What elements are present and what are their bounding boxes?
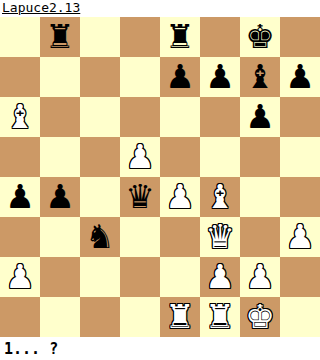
- square-a3[interactable]: [0, 217, 40, 257]
- square-c3[interactable]: ♞: [80, 217, 120, 257]
- square-h6[interactable]: [280, 97, 320, 137]
- square-f7[interactable]: ♟: [200, 57, 240, 97]
- chess-board[interactable]: ♜♜♚♟♟♝♟♝♟♟♟♟♛♟♝♞♛♟♟♟♟♜♜♚: [0, 17, 320, 337]
- square-c2[interactable]: [80, 257, 120, 297]
- square-e1[interactable]: ♜: [160, 297, 200, 337]
- square-c4[interactable]: [80, 177, 120, 217]
- piece-white-king[interactable]: ♚: [240, 297, 280, 337]
- square-g6[interactable]: ♟: [240, 97, 280, 137]
- square-g5[interactable]: [240, 137, 280, 177]
- square-d3[interactable]: [120, 217, 160, 257]
- piece-black-rook[interactable]: ♜: [160, 17, 200, 57]
- piece-white-pawn[interactable]: ♟: [0, 257, 40, 297]
- square-a6[interactable]: ♝: [0, 97, 40, 137]
- piece-white-pawn[interactable]: ♟: [280, 217, 320, 257]
- piece-white-pawn[interactable]: ♟: [200, 257, 240, 297]
- square-f8[interactable]: [200, 17, 240, 57]
- piece-black-pawn[interactable]: ♟: [240, 97, 280, 137]
- square-g8[interactable]: ♚: [240, 17, 280, 57]
- square-b7[interactable]: [40, 57, 80, 97]
- square-h4[interactable]: [280, 177, 320, 217]
- title-bar: Lapuce2.13: [0, 0, 320, 17]
- move-prompt: 1... ?: [0, 340, 58, 358]
- square-g2[interactable]: ♟: [240, 257, 280, 297]
- piece-black-queen[interactable]: ♛: [120, 177, 160, 217]
- square-d6[interactable]: [120, 97, 160, 137]
- square-h5[interactable]: [280, 137, 320, 177]
- square-a7[interactable]: [0, 57, 40, 97]
- square-c8[interactable]: [80, 17, 120, 57]
- square-c7[interactable]: [80, 57, 120, 97]
- square-g4[interactable]: [240, 177, 280, 217]
- piece-black-king[interactable]: ♚: [240, 17, 280, 57]
- square-f1[interactable]: ♜: [200, 297, 240, 337]
- caption-bar: 1... ?: [0, 337, 320, 360]
- square-a8[interactable]: [0, 17, 40, 57]
- piece-white-pawn[interactable]: ♟: [120, 137, 160, 177]
- square-b8[interactable]: ♜: [40, 17, 80, 57]
- square-h3[interactable]: ♟: [280, 217, 320, 257]
- square-a4[interactable]: ♟: [0, 177, 40, 217]
- square-f3[interactable]: ♛: [200, 217, 240, 257]
- square-h7[interactable]: ♟: [280, 57, 320, 97]
- square-e5[interactable]: [160, 137, 200, 177]
- square-b2[interactable]: [40, 257, 80, 297]
- square-b4[interactable]: ♟: [40, 177, 80, 217]
- square-f5[interactable]: [200, 137, 240, 177]
- square-d1[interactable]: [120, 297, 160, 337]
- square-h2[interactable]: [280, 257, 320, 297]
- piece-black-pawn[interactable]: ♟: [40, 177, 80, 217]
- square-g3[interactable]: [240, 217, 280, 257]
- square-e8[interactable]: ♜: [160, 17, 200, 57]
- square-c6[interactable]: [80, 97, 120, 137]
- square-d2[interactable]: [120, 257, 160, 297]
- piece-black-pawn[interactable]: ♟: [280, 57, 320, 97]
- square-f6[interactable]: [200, 97, 240, 137]
- square-g7[interactable]: ♝: [240, 57, 280, 97]
- piece-white-pawn[interactable]: ♟: [160, 177, 200, 217]
- square-b6[interactable]: [40, 97, 80, 137]
- square-g1[interactable]: ♚: [240, 297, 280, 337]
- square-f2[interactable]: ♟: [200, 257, 240, 297]
- piece-black-bishop[interactable]: ♝: [240, 57, 280, 97]
- square-a5[interactable]: [0, 137, 40, 177]
- square-d5[interactable]: ♟: [120, 137, 160, 177]
- square-a2[interactable]: ♟: [0, 257, 40, 297]
- piece-black-knight[interactable]: ♞: [80, 217, 120, 257]
- square-c1[interactable]: [80, 297, 120, 337]
- square-c5[interactable]: [80, 137, 120, 177]
- square-h1[interactable]: [280, 297, 320, 337]
- square-d7[interactable]: [120, 57, 160, 97]
- piece-white-queen[interactable]: ♛: [200, 217, 240, 257]
- page-title: Lapuce2.13: [0, 0, 80, 15]
- piece-black-pawn[interactable]: ♟: [0, 177, 40, 217]
- piece-white-rook[interactable]: ♜: [160, 297, 200, 337]
- piece-black-rook[interactable]: ♜: [40, 17, 80, 57]
- square-e4[interactable]: ♟: [160, 177, 200, 217]
- piece-white-pawn[interactable]: ♟: [240, 257, 280, 297]
- square-f4[interactable]: ♝: [200, 177, 240, 217]
- square-e7[interactable]: ♟: [160, 57, 200, 97]
- square-d4[interactable]: ♛: [120, 177, 160, 217]
- square-e6[interactable]: [160, 97, 200, 137]
- piece-white-bishop[interactable]: ♝: [0, 97, 40, 137]
- piece-white-rook[interactable]: ♜: [200, 297, 240, 337]
- square-h8[interactable]: [280, 17, 320, 57]
- square-b5[interactable]: [40, 137, 80, 177]
- piece-black-pawn[interactable]: ♟: [200, 57, 240, 97]
- square-e2[interactable]: [160, 257, 200, 297]
- piece-black-pawn[interactable]: ♟: [160, 57, 200, 97]
- square-b1[interactable]: [40, 297, 80, 337]
- square-d8[interactable]: [120, 17, 160, 57]
- square-a1[interactable]: [0, 297, 40, 337]
- square-b3[interactable]: [40, 217, 80, 257]
- square-e3[interactable]: [160, 217, 200, 257]
- piece-white-bishop[interactable]: ♝: [200, 177, 240, 217]
